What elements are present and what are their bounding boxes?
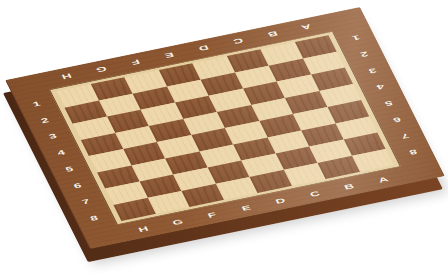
playing-field bbox=[56, 35, 393, 221]
maple-inlay-border bbox=[49, 31, 401, 225]
chess-board: HGFEDCBA HGFEDCBA 12345678 12345678 bbox=[5, 7, 445, 249]
product-photo: HGFEDCBA HGFEDCBA 12345678 12345678 bbox=[0, 0, 448, 274]
